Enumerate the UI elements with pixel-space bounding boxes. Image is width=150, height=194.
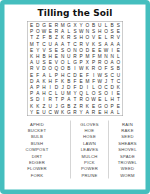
word-bank-entry: WORM — [120, 172, 135, 178]
puzzle-title: Tilling the Soil — [38, 8, 113, 19]
word-bank-column: APHIDBUCKETBULBBUSHCOMPOSTDIRTEDGERFLOWE… — [4, 120, 70, 178]
word-bank: APHIDBUCKETBULBBUSHCOMPOSTDIRTEDGERFLOWE… — [4, 120, 146, 178]
word-bank-entry: FORK — [31, 172, 44, 178]
word-bank-column: RAINRAKESEEDSHEARSSHOVELSPADETROWELWEEDW… — [109, 120, 147, 178]
word-bank-entry: PRUNE — [82, 172, 98, 178]
grid-cell: L — [115, 109, 121, 115]
puzzle-page: Tilling the Soil EDGERMGXYOBULBSPOWERALS… — [0, 0, 150, 194]
letter-grid: EDGERMGXYOBULBSPOWERALSWNSHOSETZFBZKRSHO… — [27, 21, 123, 116]
puzzle-screenshot: Tilling the Soil EDGERMGXYOBULBSPOWERALS… — [0, 0, 150, 194]
word-bank-column: GLOVESHOEHOSELAWNLEAVESMULCHPICKPOWERPRU… — [70, 120, 109, 178]
